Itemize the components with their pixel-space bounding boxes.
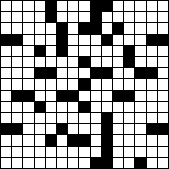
open-cell-r13c12[interactable] <box>124 135 134 145</box>
open-cell-r2c15[interactable] <box>158 12 168 22</box>
open-cell-r8c6[interactable] <box>57 79 67 89</box>
open-cell-r1c12[interactable] <box>124 1 134 11</box>
open-cell-r10c12[interactable] <box>124 102 134 112</box>
blocked-cell-r7c14 <box>147 68 157 78</box>
blocked-cell-r5c12 <box>124 46 134 56</box>
open-cell-r3c1[interactable] <box>1 23 11 33</box>
open-cell-r5c10[interactable] <box>102 46 112 56</box>
open-cell-r11c5[interactable] <box>46 113 56 123</box>
blocked-cell-r10c8 <box>79 102 89 112</box>
open-cell-r3c7[interactable] <box>68 23 78 33</box>
open-cell-r7c12[interactable] <box>124 68 134 78</box>
open-cell-r13c1[interactable] <box>1 135 11 145</box>
open-cell-r15c15[interactable] <box>158 158 168 168</box>
open-cell-r2c4[interactable] <box>35 12 45 22</box>
blocked-cell-r13c7 <box>68 135 78 145</box>
open-cell-r14c5[interactable] <box>46 147 56 157</box>
open-cell-r3c3[interactable] <box>23 23 33 33</box>
open-cell-r8c2[interactable] <box>12 79 22 89</box>
open-cell-r4c13[interactable] <box>135 35 145 45</box>
blocked-cell-r12c15 <box>158 124 168 134</box>
open-cell-r10c7[interactable] <box>68 102 78 112</box>
open-cell-r6c9[interactable] <box>91 57 101 67</box>
open-cell-r8c7[interactable] <box>68 79 78 89</box>
open-cell-r11c15[interactable] <box>158 113 168 123</box>
open-cell-r3c12[interactable] <box>124 23 134 33</box>
open-cell-r2c3[interactable] <box>23 12 33 22</box>
blocked-cell-r3c9 <box>91 23 101 33</box>
open-cell-r3c5[interactable] <box>46 23 56 33</box>
blocked-cell-r4c1 <box>1 35 11 45</box>
blocked-cell-r9c2 <box>12 91 22 101</box>
open-cell-r15c3[interactable] <box>23 158 33 168</box>
open-cell-r8c12[interactable] <box>124 79 134 89</box>
blocked-cell-r11c10 <box>102 113 112 123</box>
open-cell-r13c3[interactable] <box>23 135 33 145</box>
open-cell-r3c13[interactable] <box>135 23 145 33</box>
open-cell-r7c15[interactable] <box>158 68 168 78</box>
blocked-cell-r12c14 <box>147 124 157 134</box>
open-cell-r12c8[interactable] <box>79 124 89 134</box>
blocked-cell-r3c6 <box>57 23 67 33</box>
open-cell-r9c5[interactable] <box>46 91 56 101</box>
blocked-cell-r15c10 <box>102 158 112 168</box>
open-cell-r6c4[interactable] <box>35 57 45 67</box>
open-cell-r12c12[interactable] <box>124 124 134 134</box>
blocked-cell-r1c10 <box>102 1 112 11</box>
blocked-cell-r10c4 <box>35 102 45 112</box>
open-cell-r10c6[interactable] <box>57 102 67 112</box>
open-cell-r6c7[interactable] <box>68 57 78 67</box>
open-cell-r12c11[interactable] <box>113 124 123 134</box>
open-cell-r5c9[interactable] <box>91 46 101 56</box>
open-cell-r9c9[interactable] <box>91 91 101 101</box>
open-cell-r8c9[interactable] <box>91 79 101 89</box>
open-cell-r8c15[interactable] <box>158 79 168 89</box>
open-cell-r13c6[interactable] <box>57 135 67 145</box>
open-cell-r15c8[interactable] <box>79 158 89 168</box>
open-cell-r5c13[interactable] <box>135 46 145 56</box>
open-cell-r9c8[interactable] <box>79 91 89 101</box>
blocked-cell-r9c6 <box>57 91 67 101</box>
open-cell-r7c6[interactable] <box>57 68 67 78</box>
open-cell-r13c2[interactable] <box>12 135 22 145</box>
blocked-cell-r12c2 <box>12 124 22 134</box>
blocked-cell-r3c11 <box>113 23 123 33</box>
open-cell-r7c1[interactable] <box>1 68 11 78</box>
open-cell-r2c7[interactable] <box>68 12 78 22</box>
open-cell-r13c15[interactable] <box>158 135 168 145</box>
open-cell-r8c4[interactable] <box>35 79 45 89</box>
open-cell-r9c1[interactable] <box>1 91 11 101</box>
open-cell-r4c9[interactable] <box>91 35 101 45</box>
blocked-cell-r4c10 <box>102 35 112 45</box>
open-cell-r7c11[interactable] <box>113 68 123 78</box>
open-cell-r4c5[interactable] <box>46 35 56 45</box>
blocked-cell-r7c9 <box>91 68 101 78</box>
open-cell-r15c5[interactable] <box>46 158 56 168</box>
open-cell-r5c14[interactable] <box>147 46 157 56</box>
open-cell-r1c6[interactable] <box>57 1 67 11</box>
open-cell-r15c1[interactable] <box>1 158 11 168</box>
crossword-grid <box>0 0 169 169</box>
open-cell-r11c9[interactable] <box>91 113 101 123</box>
open-cell-r1c11[interactable] <box>113 1 123 11</box>
blocked-cell-r9c11 <box>113 91 123 101</box>
open-cell-r14c6[interactable] <box>57 147 67 157</box>
open-cell-r1c8[interactable] <box>79 1 89 11</box>
blocked-cell-r12c1 <box>1 124 11 134</box>
blocked-cell-r1c5 <box>46 1 56 11</box>
open-cell-r14c3[interactable] <box>23 147 33 157</box>
open-cell-r2c12[interactable] <box>124 12 134 22</box>
open-cell-r8c14[interactable] <box>147 79 157 89</box>
blocked-cell-r3c8 <box>79 23 89 33</box>
blocked-cell-r9c3 <box>23 91 33 101</box>
open-cell-r1c2[interactable] <box>12 1 22 11</box>
blocked-cell-r6c8 <box>79 57 89 67</box>
open-cell-r14c1[interactable] <box>1 147 11 157</box>
open-cell-r2c2[interactable] <box>12 12 22 22</box>
open-cell-r3c10[interactable] <box>102 23 112 33</box>
open-cell-r14c12[interactable] <box>124 147 134 157</box>
open-cell-r10c9[interactable] <box>91 102 101 112</box>
open-cell-r15c7[interactable] <box>68 158 78 168</box>
open-cell-r4c7[interactable] <box>68 35 78 45</box>
open-cell-r14c11[interactable] <box>113 147 123 157</box>
open-cell-r10c1[interactable] <box>1 102 11 112</box>
open-cell-r15c12[interactable] <box>124 158 134 168</box>
blocked-cell-r5c4 <box>35 46 45 56</box>
open-cell-r11c7[interactable] <box>68 113 78 123</box>
open-cell-r12c4[interactable] <box>35 124 45 134</box>
open-cell-r13c4[interactable] <box>35 135 45 145</box>
blocked-cell-r13c8 <box>79 135 89 145</box>
open-cell-r4c12[interactable] <box>124 35 134 45</box>
open-cell-r6c14[interactable] <box>147 57 157 67</box>
open-cell-r8c1[interactable] <box>1 79 11 89</box>
open-cell-r4c11[interactable] <box>113 35 123 45</box>
open-cell-r8c5[interactable] <box>46 79 56 89</box>
open-cell-r12c13[interactable] <box>135 124 145 134</box>
blocked-cell-r6c12 <box>124 57 134 67</box>
open-cell-r14c14[interactable] <box>147 147 157 157</box>
open-cell-r5c11[interactable] <box>113 46 123 56</box>
open-cell-r6c11[interactable] <box>113 57 123 67</box>
open-cell-r6c13[interactable] <box>135 57 145 67</box>
blocked-cell-r12c10 <box>102 124 112 134</box>
open-cell-r14c15[interactable] <box>158 147 168 157</box>
open-cell-r15c11[interactable] <box>113 158 123 168</box>
open-cell-r6c10[interactable] <box>102 57 112 67</box>
blocked-cell-r7c4 <box>35 68 45 78</box>
blocked-cell-r15c13 <box>135 158 145 168</box>
open-cell-r5c1[interactable] <box>1 46 11 56</box>
open-cell-r5c7[interactable] <box>68 46 78 56</box>
open-cell-r10c5[interactable] <box>46 102 56 112</box>
open-cell-r11c4[interactable] <box>35 113 45 123</box>
open-cell-r7c7[interactable] <box>68 68 78 78</box>
blocked-cell-r13c5 <box>46 135 56 145</box>
open-cell-r12c9[interactable] <box>91 124 101 134</box>
open-cell-r1c15[interactable] <box>158 1 168 11</box>
open-cell-r13c13[interactable] <box>135 135 145 145</box>
open-cell-r1c7[interactable] <box>68 1 78 11</box>
open-cell-r1c3[interactable] <box>23 1 33 11</box>
blocked-cell-r14c10 <box>102 147 112 157</box>
open-cell-r14c13[interactable] <box>135 147 145 157</box>
open-cell-r6c3[interactable] <box>23 57 33 67</box>
open-cell-r2c1[interactable] <box>1 12 11 22</box>
open-cell-r8c10[interactable] <box>102 79 112 89</box>
blocked-cell-r4c14 <box>147 35 157 45</box>
blocked-cell-r2c9 <box>91 12 101 22</box>
open-cell-r3c4[interactable] <box>35 23 45 33</box>
open-cell-r11c1[interactable] <box>1 113 11 123</box>
blocked-cell-r7c13 <box>135 68 145 78</box>
blocked-cell-r13c10 <box>102 135 112 145</box>
open-cell-r3c15[interactable] <box>158 23 168 33</box>
blocked-cell-r4c15 <box>158 35 168 45</box>
open-cell-r6c5[interactable] <box>46 57 56 67</box>
open-cell-r14c4[interactable] <box>35 147 45 157</box>
crossword-board-container <box>0 0 169 169</box>
open-cell-r5c2[interactable] <box>12 46 22 56</box>
open-cell-r2c11[interactable] <box>113 12 123 22</box>
open-cell-r12c7[interactable] <box>68 124 78 134</box>
open-cell-r9c13[interactable] <box>135 91 145 101</box>
open-cell-r7c3[interactable] <box>23 68 33 78</box>
open-cell-r12c5[interactable] <box>46 124 56 134</box>
open-cell-r5c8[interactable] <box>79 46 89 56</box>
open-cell-r12c3[interactable] <box>23 124 33 134</box>
open-cell-r1c13[interactable] <box>135 1 145 11</box>
blocked-cell-r5c6 <box>57 46 67 56</box>
open-cell-r2c8[interactable] <box>79 12 89 22</box>
blocked-cell-r7c10 <box>102 68 112 78</box>
open-cell-r9c4[interactable] <box>35 91 45 101</box>
blocked-cell-r12c6 <box>57 124 67 134</box>
open-cell-r7c2[interactable] <box>12 68 22 78</box>
open-cell-r6c2[interactable] <box>12 57 22 67</box>
blocked-cell-r1c9 <box>91 1 101 11</box>
open-cell-r9c14[interactable] <box>147 91 157 101</box>
open-cell-r6c1[interactable] <box>1 57 11 67</box>
open-cell-r11c3[interactable] <box>23 113 33 123</box>
open-cell-r13c9[interactable] <box>91 135 101 145</box>
open-cell-r11c2[interactable] <box>12 113 22 123</box>
open-cell-r1c14[interactable] <box>147 1 157 11</box>
open-cell-r14c2[interactable] <box>12 147 22 157</box>
open-cell-r8c13[interactable] <box>135 79 145 89</box>
open-cell-r8c3[interactable] <box>23 79 33 89</box>
open-cell-r13c14[interactable] <box>147 135 157 145</box>
open-cell-r10c2[interactable] <box>12 102 22 112</box>
open-cell-r9c15[interactable] <box>158 91 168 101</box>
open-cell-r2c13[interactable] <box>135 12 145 22</box>
open-cell-r15c4[interactable] <box>35 158 45 168</box>
open-cell-r14c7[interactable] <box>68 147 78 157</box>
open-cell-r2c10[interactable] <box>102 12 112 22</box>
blocked-cell-r9c12 <box>124 91 134 101</box>
open-cell-r15c6[interactable] <box>57 158 67 168</box>
open-cell-r3c2[interactable] <box>12 23 22 33</box>
open-cell-r4c4[interactable] <box>35 35 45 45</box>
open-cell-r2c6[interactable] <box>57 12 67 22</box>
open-cell-r11c11[interactable] <box>113 113 123 123</box>
open-cell-r11c6[interactable] <box>57 113 67 123</box>
open-cell-r15c2[interactable] <box>12 158 22 168</box>
open-cell-r4c3[interactable] <box>23 35 33 45</box>
blocked-cell-r7c5 <box>46 68 56 78</box>
blocked-cell-r15c9 <box>91 158 101 168</box>
open-cell-r11c12[interactable] <box>124 113 134 123</box>
open-cell-r5c3[interactable] <box>23 46 33 56</box>
open-cell-r5c15[interactable] <box>158 46 168 56</box>
blocked-cell-r4c6 <box>57 35 67 45</box>
open-cell-r7c8[interactable] <box>79 68 89 78</box>
open-cell-r3c14[interactable] <box>147 23 157 33</box>
open-cell-r14c8[interactable] <box>79 147 89 157</box>
open-cell-r10c13[interactable] <box>135 102 145 112</box>
open-cell-r15c14[interactable] <box>147 158 157 168</box>
open-cell-r9c10[interactable] <box>102 91 112 101</box>
blocked-cell-r2c5 <box>46 12 56 22</box>
open-cell-r1c1[interactable] <box>1 1 11 11</box>
open-cell-r10c11[interactable] <box>113 102 123 112</box>
open-cell-r8c11[interactable] <box>113 79 123 89</box>
open-cell-r10c10[interactable] <box>102 102 112 112</box>
open-cell-r11c13[interactable] <box>135 113 145 123</box>
blocked-cell-r8c8 <box>79 79 89 89</box>
open-cell-r10c15[interactable] <box>158 102 168 112</box>
open-cell-r2c14[interactable] <box>147 12 157 22</box>
open-cell-r11c8[interactable] <box>79 113 89 123</box>
open-cell-r10c14[interactable] <box>147 102 157 112</box>
open-cell-r6c6[interactable] <box>57 57 67 67</box>
open-cell-r11c14[interactable] <box>147 113 157 123</box>
open-cell-r1c4[interactable] <box>35 1 45 11</box>
open-cell-r6c15[interactable] <box>158 57 168 67</box>
open-cell-r4c8[interactable] <box>79 35 89 45</box>
blocked-cell-r4c2 <box>12 35 22 45</box>
open-cell-r14c9[interactable] <box>91 147 101 157</box>
open-cell-r5c5[interactable] <box>46 46 56 56</box>
blocked-cell-r9c7 <box>68 91 78 101</box>
open-cell-r10c3[interactable] <box>23 102 33 112</box>
open-cell-r13c11[interactable] <box>113 135 123 145</box>
